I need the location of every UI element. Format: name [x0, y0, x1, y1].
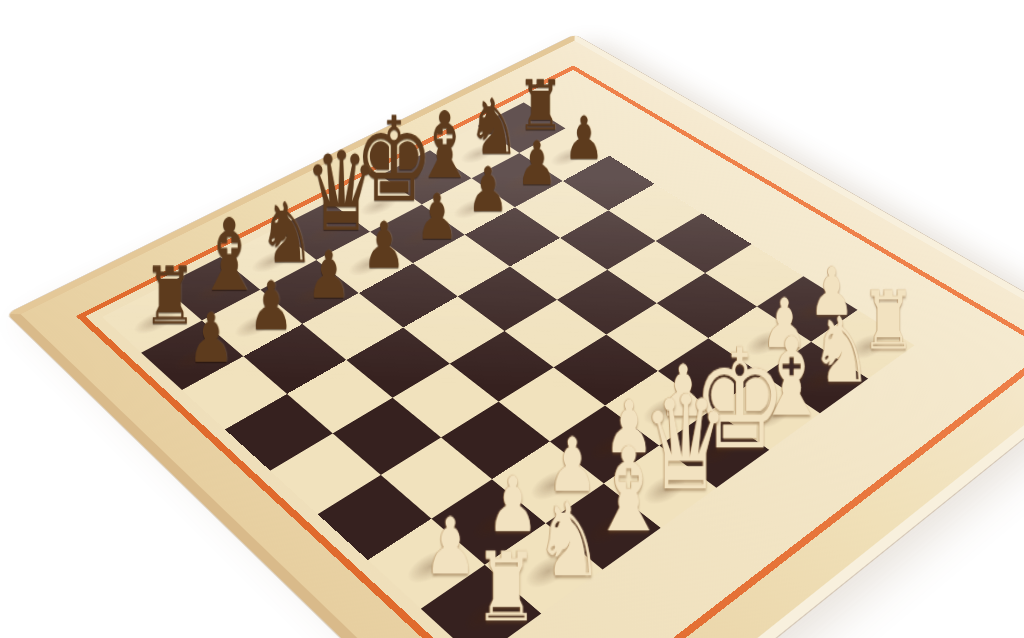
piece-black-pawn[interactable]: ♟ [415, 187, 458, 247]
piece-white-pawn[interactable]: ♟ [487, 469, 539, 541]
piece-white-knight[interactable]: ♞ [535, 492, 604, 589]
piece-black-pawn[interactable]: ♟ [516, 135, 557, 193]
piece-black-pawn[interactable]: ♟ [362, 215, 406, 276]
piece-black-pawn[interactable]: ♟ [306, 244, 351, 306]
chess-board: ♜♝♞♛♚♝♞♜♟♟♟♟♟♟♟♟♟♟♟♟♟♟♟♜♞♝♛♚♝♞♜ [7, 35, 1024, 638]
piece-black-pawn[interactable]: ♟ [467, 160, 509, 219]
board-grid: ♜♝♞♛♚♝♞♜♟♟♟♟♟♟♟♟♟♟♟♟♟♟♟♜♞♝♛♚♝♞♜ [102, 103, 914, 638]
inner-wood-margin: ♜♝♞♛♚♝♞♜♟♟♟♟♟♟♟♟♟♟♟♟♟♟♟♜♞♝♛♚♝♞♜ [86, 70, 1024, 638]
photo-background: ♜♝♞♛♚♝♞♜♟♟♟♟♟♟♟♟♟♟♟♟♟♟♟♜♞♝♛♚♝♞♜ [0, 0, 1024, 638]
piece-black-pawn[interactable]: ♟ [187, 306, 234, 371]
piece-white-pawn[interactable]: ♟ [424, 510, 477, 584]
piece-black-pawn[interactable]: ♟ [248, 274, 294, 338]
piece-white-rook[interactable]: ♜ [474, 543, 539, 634]
piece-black-pawn[interactable]: ♟ [564, 110, 604, 167]
accent-border-line: ♜♝♞♛♚♝♞♜♟♟♟♟♟♟♟♟♟♟♟♟♟♟♟♜♞♝♛♚♝♞♜ [76, 65, 1024, 638]
